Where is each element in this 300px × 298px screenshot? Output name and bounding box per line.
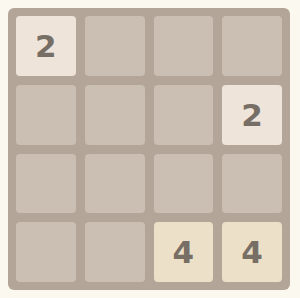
empty-cell [222, 16, 282, 76]
empty-cell [16, 222, 76, 282]
empty-cell [16, 154, 76, 214]
tile-4: 4 [154, 222, 214, 282]
empty-cell [85, 222, 145, 282]
game-board[interactable]: 2244 [8, 8, 290, 290]
empty-cell [154, 154, 214, 214]
tile-2: 2 [16, 16, 76, 76]
tile-4: 4 [222, 222, 282, 282]
empty-cell [85, 154, 145, 214]
empty-cell [16, 85, 76, 145]
board-grid: 2244 [16, 16, 282, 282]
empty-cell [222, 154, 282, 214]
tile-2: 2 [222, 85, 282, 145]
empty-cell [85, 16, 145, 76]
empty-cell [85, 85, 145, 145]
empty-cell [154, 85, 214, 145]
empty-cell [154, 16, 214, 76]
